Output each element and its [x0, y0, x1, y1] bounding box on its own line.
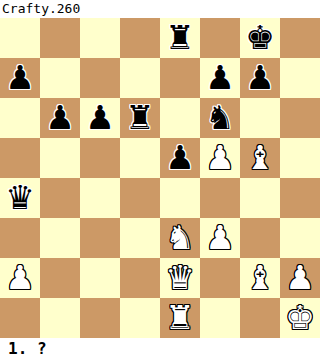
- piece-black-pawn-g7[interactable]: ♟: [240, 58, 280, 98]
- square-a1[interactable]: [0, 298, 40, 338]
- piece-black-pawn-b6[interactable]: ♟: [40, 98, 80, 138]
- piece-black-pawn-e5[interactable]: ♟: [160, 138, 200, 178]
- square-b7[interactable]: [40, 58, 80, 98]
- square-e2[interactable]: ♛: [160, 258, 200, 298]
- piece-black-king-g8[interactable]: ♚: [240, 18, 280, 58]
- piece-white-rook-e1[interactable]: ♜: [160, 298, 200, 338]
- piece-white-king-h1[interactable]: ♚: [280, 298, 320, 338]
- square-g5[interactable]: ♝: [240, 138, 280, 178]
- square-d5[interactable]: [120, 138, 160, 178]
- square-f7[interactable]: ♟: [200, 58, 240, 98]
- square-c6[interactable]: ♟: [80, 98, 120, 138]
- square-a4[interactable]: ♛: [0, 178, 40, 218]
- piece-black-queen-a4[interactable]: ♛: [0, 178, 40, 218]
- piece-white-knight-e3[interactable]: ♞: [160, 218, 200, 258]
- square-g7[interactable]: ♟: [240, 58, 280, 98]
- square-d7[interactable]: [120, 58, 160, 98]
- square-e6[interactable]: [160, 98, 200, 138]
- square-g2[interactable]: ♝: [240, 258, 280, 298]
- piece-black-rook-e8[interactable]: ♜: [160, 18, 200, 58]
- square-d8[interactable]: [120, 18, 160, 58]
- square-e5[interactable]: ♟: [160, 138, 200, 178]
- square-g8[interactable]: ♚: [240, 18, 280, 58]
- piece-white-pawn-f5[interactable]: ♟: [200, 138, 240, 178]
- square-e1[interactable]: ♜: [160, 298, 200, 338]
- square-c3[interactable]: [80, 218, 120, 258]
- square-h1[interactable]: ♚: [280, 298, 320, 338]
- piece-black-rook-d6[interactable]: ♜: [120, 98, 160, 138]
- square-e3[interactable]: ♞: [160, 218, 200, 258]
- square-d6[interactable]: ♜: [120, 98, 160, 138]
- square-c7[interactable]: [80, 58, 120, 98]
- square-e7[interactable]: [160, 58, 200, 98]
- square-h2[interactable]: ♟: [280, 258, 320, 298]
- square-f6[interactable]: ♞: [200, 98, 240, 138]
- square-a5[interactable]: [0, 138, 40, 178]
- square-f3[interactable]: ♟: [200, 218, 240, 258]
- square-b6[interactable]: ♟: [40, 98, 80, 138]
- piece-white-pawn-f3[interactable]: ♟: [200, 218, 240, 258]
- piece-white-bishop-g2[interactable]: ♝: [240, 258, 280, 298]
- piece-black-pawn-f7[interactable]: ♟: [200, 58, 240, 98]
- piece-black-pawn-c6[interactable]: ♟: [80, 98, 120, 138]
- square-a3[interactable]: [0, 218, 40, 258]
- square-a7[interactable]: ♟: [0, 58, 40, 98]
- square-a6[interactable]: [0, 98, 40, 138]
- piece-black-pawn-a7[interactable]: ♟: [0, 58, 40, 98]
- square-g3[interactable]: [240, 218, 280, 258]
- square-b4[interactable]: [40, 178, 80, 218]
- square-b2[interactable]: [40, 258, 80, 298]
- window-title: Crafty.260: [0, 0, 320, 18]
- square-f8[interactable]: [200, 18, 240, 58]
- square-d1[interactable]: [120, 298, 160, 338]
- square-h4[interactable]: [280, 178, 320, 218]
- square-h7[interactable]: [280, 58, 320, 98]
- piece-white-pawn-h2[interactable]: ♟: [280, 258, 320, 298]
- square-c5[interactable]: [80, 138, 120, 178]
- piece-black-knight-f6[interactable]: ♞: [200, 98, 240, 138]
- square-d4[interactable]: [120, 178, 160, 218]
- square-g6[interactable]: [240, 98, 280, 138]
- square-f4[interactable]: [200, 178, 240, 218]
- square-c2[interactable]: [80, 258, 120, 298]
- square-e4[interactable]: [160, 178, 200, 218]
- square-c8[interactable]: [80, 18, 120, 58]
- square-b8[interactable]: [40, 18, 80, 58]
- square-h3[interactable]: [280, 218, 320, 258]
- square-b3[interactable]: [40, 218, 80, 258]
- piece-white-queen-e2[interactable]: ♛: [160, 258, 200, 298]
- square-g1[interactable]: [240, 298, 280, 338]
- chess-board: ♜♚♟♟♟♟♟♜♞♟♟♝♛♞♟♟♛♝♟♜♚: [0, 18, 320, 338]
- square-f1[interactable]: [200, 298, 240, 338]
- piece-white-pawn-a2[interactable]: ♟: [0, 258, 40, 298]
- square-h6[interactable]: [280, 98, 320, 138]
- square-c1[interactable]: [80, 298, 120, 338]
- square-c4[interactable]: [80, 178, 120, 218]
- square-b1[interactable]: [40, 298, 80, 338]
- move-prompt: 1. ?: [0, 338, 320, 360]
- square-f5[interactable]: ♟: [200, 138, 240, 178]
- square-b5[interactable]: [40, 138, 80, 178]
- square-a2[interactable]: ♟: [0, 258, 40, 298]
- square-d2[interactable]: [120, 258, 160, 298]
- square-a8[interactable]: [0, 18, 40, 58]
- square-h8[interactable]: [280, 18, 320, 58]
- square-f2[interactable]: [200, 258, 240, 298]
- square-e8[interactable]: ♜: [160, 18, 200, 58]
- piece-white-bishop-g5[interactable]: ♝: [240, 138, 280, 178]
- square-d3[interactable]: [120, 218, 160, 258]
- square-g4[interactable]: [240, 178, 280, 218]
- square-h5[interactable]: [280, 138, 320, 178]
